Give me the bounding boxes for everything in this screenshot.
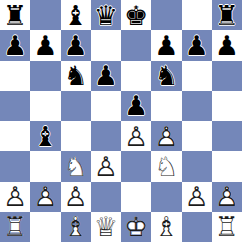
- white-pawn-piece[interactable]: ♟♙: [91, 151, 121, 181]
- black-rook-piece[interactable]: ♜: [0, 0, 30, 30]
- square-h1[interactable]: ♜♖: [212, 212, 242, 242]
- piece-outline-glyph: ♙: [3, 183, 27, 210]
- square-c8[interactable]: ♝: [61, 0, 91, 30]
- piece-glyph: ♝: [33, 123, 57, 150]
- black-pawn-piece[interactable]: ♟: [61, 30, 91, 60]
- square-a6[interactable]: [0, 61, 30, 91]
- square-a5[interactable]: [0, 91, 30, 121]
- piece-glyph: ♟: [124, 92, 148, 119]
- black-knight-piece[interactable]: ♞: [151, 61, 181, 91]
- square-c2[interactable]: ♟♙: [61, 182, 91, 212]
- piece-glyph: ♞: [154, 62, 178, 89]
- piece-glyph: ♟: [64, 32, 88, 59]
- black-pawn-piece[interactable]: ♟: [30, 30, 60, 60]
- square-h4[interactable]: [212, 121, 242, 151]
- square-f8[interactable]: [151, 0, 181, 30]
- square-f7[interactable]: ♟: [151, 30, 181, 60]
- square-h2[interactable]: ♟♙: [212, 182, 242, 212]
- square-e8[interactable]: ♚: [121, 0, 151, 30]
- square-h6[interactable]: [212, 61, 242, 91]
- black-pawn-piece[interactable]: ♟: [151, 30, 181, 60]
- square-e1[interactable]: ♚♔: [121, 212, 151, 242]
- black-pawn-piece[interactable]: ♟: [212, 30, 242, 60]
- square-b2[interactable]: ♟♙: [30, 182, 60, 212]
- square-g5[interactable]: [182, 91, 212, 121]
- square-g7[interactable]: ♟: [182, 30, 212, 60]
- piece-glyph: ♟: [185, 32, 209, 59]
- piece-outline-glyph: ♙: [215, 183, 239, 210]
- piece-glyph: ♟: [3, 32, 27, 59]
- square-c3[interactable]: ♞♘: [61, 151, 91, 181]
- black-rook-piece[interactable]: ♜: [212, 0, 242, 30]
- square-a1[interactable]: ♜♖: [0, 212, 30, 242]
- black-pawn-piece[interactable]: ♟: [91, 61, 121, 91]
- piece-glyph: ♚: [124, 2, 148, 29]
- square-b4[interactable]: ♝: [30, 121, 60, 151]
- square-d2[interactable]: [91, 182, 121, 212]
- square-b7[interactable]: ♟: [30, 30, 60, 60]
- chess-board: ♜♝♛♚♜♟♟♟♟♟♟♞♟♞♟♝♟♙♟♙♞♘♟♙♞♘♟♙♟♙♟♙♟♙♟♙♜♖♝♗…: [0, 0, 242, 242]
- piece-outline-glyph: ♙: [64, 183, 88, 210]
- white-pawn-piece[interactable]: ♟♙: [30, 182, 60, 212]
- square-f5[interactable]: [151, 91, 181, 121]
- square-a2[interactable]: ♟♙: [0, 182, 30, 212]
- square-g1[interactable]: [182, 212, 212, 242]
- piece-glyph: ♟: [154, 32, 178, 59]
- white-pawn-piece[interactable]: ♟♙: [121, 121, 151, 151]
- black-pawn-piece[interactable]: ♟: [182, 30, 212, 60]
- piece-glyph: ♜: [215, 2, 239, 29]
- black-queen-piece[interactable]: ♛: [91, 0, 121, 30]
- black-bishop-piece[interactable]: ♝: [61, 0, 91, 30]
- square-a4[interactable]: [0, 121, 30, 151]
- square-e7[interactable]: [121, 30, 151, 60]
- square-g3[interactable]: [182, 151, 212, 181]
- square-c1[interactable]: ♝♗: [61, 212, 91, 242]
- square-f4[interactable]: ♟♙: [151, 121, 181, 151]
- piece-outline-glyph: ♖: [3, 213, 27, 240]
- square-c7[interactable]: ♟: [61, 30, 91, 60]
- white-pawn-piece[interactable]: ♟♙: [212, 182, 242, 212]
- piece-glyph: ♛: [94, 2, 118, 29]
- square-b5[interactable]: [30, 91, 60, 121]
- white-knight-piece[interactable]: ♞♘: [151, 151, 181, 181]
- piece-outline-glyph: ♕: [94, 213, 118, 240]
- white-rook-piece[interactable]: ♜♖: [212, 212, 242, 242]
- square-h7[interactable]: ♟: [212, 30, 242, 60]
- piece-glyph: ♜: [3, 2, 27, 29]
- square-g8[interactable]: [182, 0, 212, 30]
- piece-outline-glyph: ♗: [154, 213, 178, 240]
- square-g4[interactable]: [182, 121, 212, 151]
- square-c6[interactable]: ♞: [61, 61, 91, 91]
- piece-glyph: ♟: [215, 32, 239, 59]
- piece-outline-glyph: ♙: [33, 183, 57, 210]
- square-d6[interactable]: ♟: [91, 61, 121, 91]
- white-pawn-piece[interactable]: ♟♙: [0, 182, 30, 212]
- square-d3[interactable]: ♟♙: [91, 151, 121, 181]
- square-h3[interactable]: [212, 151, 242, 181]
- piece-outline-glyph: ♘: [154, 153, 178, 180]
- square-e3[interactable]: [121, 151, 151, 181]
- square-f6[interactable]: ♞: [151, 61, 181, 91]
- square-h5[interactable]: [212, 91, 242, 121]
- black-pawn-piece[interactable]: ♟: [121, 91, 151, 121]
- square-d7[interactable]: [91, 30, 121, 60]
- white-rook-piece[interactable]: ♜♖: [0, 212, 30, 242]
- piece-outline-glyph: ♔: [124, 213, 148, 240]
- white-king-piece[interactable]: ♚♔: [121, 212, 151, 242]
- square-b8[interactable]: [30, 0, 60, 30]
- square-d4[interactable]: [91, 121, 121, 151]
- piece-outline-glyph: ♙: [185, 183, 209, 210]
- square-g6[interactable]: [182, 61, 212, 91]
- white-knight-piece[interactable]: ♞♘: [61, 151, 91, 181]
- square-b1[interactable]: [30, 212, 60, 242]
- piece-glyph: ♟: [33, 32, 57, 59]
- square-e2[interactable]: [121, 182, 151, 212]
- square-f2[interactable]: [151, 182, 181, 212]
- square-c4[interactable]: [61, 121, 91, 151]
- white-queen-piece[interactable]: ♛♕: [91, 212, 121, 242]
- black-knight-piece[interactable]: ♞: [61, 61, 91, 91]
- piece-outline-glyph: ♗: [64, 213, 88, 240]
- white-bishop-piece[interactable]: ♝♗: [61, 212, 91, 242]
- black-pawn-piece[interactable]: ♟: [0, 30, 30, 60]
- white-pawn-piece[interactable]: ♟♙: [61, 182, 91, 212]
- square-f1[interactable]: ♝♗: [151, 212, 181, 242]
- piece-outline-glyph: ♘: [64, 153, 88, 180]
- square-b3[interactable]: [30, 151, 60, 181]
- piece-outline-glyph: ♙: [124, 123, 148, 150]
- square-g2[interactable]: ♟♙: [182, 182, 212, 212]
- piece-glyph: ♞: [64, 62, 88, 89]
- square-e6[interactable]: [121, 61, 151, 91]
- black-king-piece[interactable]: ♚: [121, 0, 151, 30]
- square-c5[interactable]: [61, 91, 91, 121]
- square-b6[interactable]: [30, 61, 60, 91]
- square-e5[interactable]: ♟: [121, 91, 151, 121]
- white-bishop-piece[interactable]: ♝♗: [151, 212, 181, 242]
- square-d1[interactable]: ♛♕: [91, 212, 121, 242]
- square-a3[interactable]: [0, 151, 30, 181]
- piece-glyph: ♟: [94, 62, 118, 89]
- square-d8[interactable]: ♛: [91, 0, 121, 30]
- square-a8[interactable]: ♜: [0, 0, 30, 30]
- piece-outline-glyph: ♖: [215, 213, 239, 240]
- piece-outline-glyph: ♙: [94, 153, 118, 180]
- square-h8[interactable]: ♜: [212, 0, 242, 30]
- square-f3[interactable]: ♞♘: [151, 151, 181, 181]
- piece-glyph: ♝: [64, 2, 88, 29]
- black-bishop-piece[interactable]: ♝: [30, 121, 60, 151]
- white-pawn-piece[interactable]: ♟♙: [182, 182, 212, 212]
- square-d5[interactable]: [91, 91, 121, 121]
- square-a7[interactable]: ♟: [0, 30, 30, 60]
- square-e4[interactable]: ♟♙: [121, 121, 151, 151]
- white-pawn-piece[interactable]: ♟♙: [151, 121, 181, 151]
- piece-outline-glyph: ♙: [154, 123, 178, 150]
